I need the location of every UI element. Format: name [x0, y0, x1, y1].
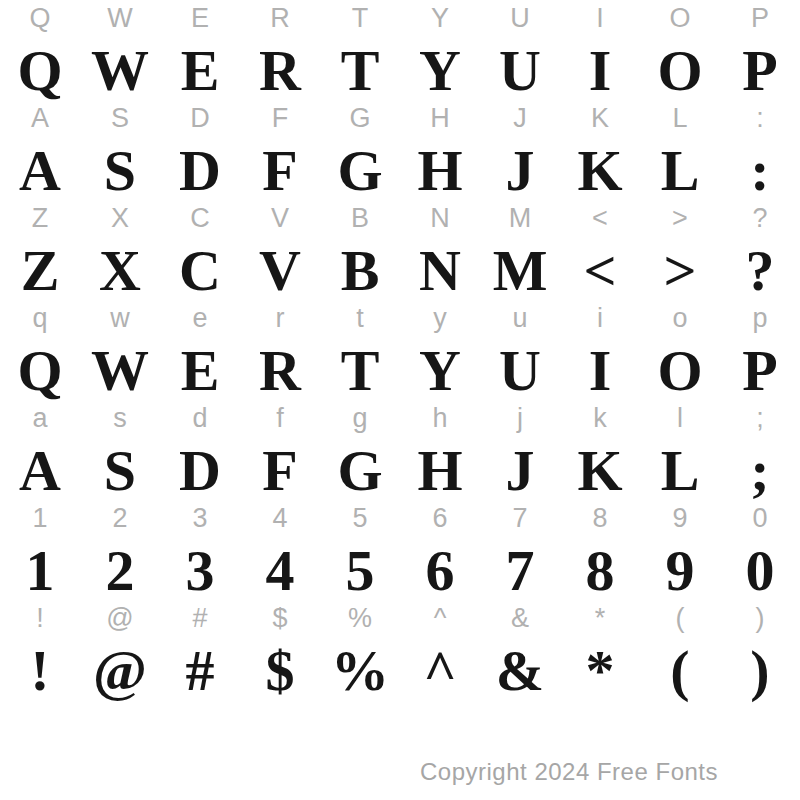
key-row-pair-zxcvbnm: ZXCVBNM<>? ZXCVBNM<>?: [0, 200, 800, 300]
key-caption: @: [80, 600, 160, 636]
key-caption: M: [480, 200, 560, 236]
font-glyph: B: [320, 236, 400, 306]
font-glyph: A: [0, 436, 80, 506]
key-caption: s: [80, 400, 160, 436]
font-glyph: Q: [0, 36, 80, 106]
key-caption: D: [160, 100, 240, 136]
key-caption: ^: [400, 600, 480, 636]
font-glyph: $: [240, 636, 320, 706]
key-caption: 1: [0, 500, 80, 536]
key-caption: C: [160, 200, 240, 236]
key-caption: O: [640, 0, 720, 36]
font-glyph: Z: [0, 236, 80, 306]
key-caption: W: [80, 0, 160, 36]
key-caption: !: [0, 600, 80, 636]
font-glyph: H: [400, 136, 480, 206]
key-caption: q: [0, 300, 80, 336]
font-glyph: P: [720, 36, 800, 106]
key-caption: p: [720, 300, 800, 336]
font-glyph: 3: [160, 536, 240, 606]
font-glyph: O: [640, 336, 720, 406]
key-caption: i: [560, 300, 640, 336]
font-glyph: C: [160, 236, 240, 306]
key-caption: w: [80, 300, 160, 336]
key-caption: X: [80, 200, 160, 236]
font-glyph: H: [400, 436, 480, 506]
key-caption: f: [240, 400, 320, 436]
font-glyph: 2: [80, 536, 160, 606]
font-glyph: P: [720, 336, 800, 406]
font-specimen-sheet: QWERTYUIOP QWERTYUIOP ASDFGHJKL: ASDFGHJ…: [0, 0, 800, 800]
key-caption: e: [160, 300, 240, 336]
key-caption: A: [0, 100, 80, 136]
key-caption: #: [160, 600, 240, 636]
key-caption: J: [480, 100, 560, 136]
key-caption: t: [320, 300, 400, 336]
key-caption: y: [400, 300, 480, 336]
font-glyph: ^: [400, 636, 480, 706]
key-caption: $: [240, 600, 320, 636]
key-caption: Y: [400, 0, 480, 36]
font-glyph: N: [400, 236, 480, 306]
font-glyph: E: [160, 336, 240, 406]
font-glyph: J: [480, 436, 560, 506]
glyph-row: ASDFGHJKL;: [0, 436, 800, 500]
key-row-pair-symbols: !@#$%^&*() !@#$%^&*(): [0, 600, 800, 700]
key-caption: 5: [320, 500, 400, 536]
key-caption: S: [80, 100, 160, 136]
key-caption: I: [560, 0, 640, 36]
font-glyph: 6: [400, 536, 480, 606]
font-glyph: Q: [0, 336, 80, 406]
font-glyph: R: [240, 36, 320, 106]
font-glyph: ): [720, 636, 800, 706]
font-glyph: F: [240, 436, 320, 506]
key-caption: 4: [240, 500, 320, 536]
key-caption: V: [240, 200, 320, 236]
font-glyph: ;: [720, 436, 800, 506]
key-caption: %: [320, 600, 400, 636]
font-glyph: 9: [640, 536, 720, 606]
key-caption: P: [720, 0, 800, 36]
font-glyph: <: [560, 236, 640, 306]
key-caption-row: QWERTYUIOP: [0, 0, 800, 36]
key-caption: h: [400, 400, 480, 436]
key-caption: R: [240, 0, 320, 36]
glyph-row: ASDFGHJKL:: [0, 136, 800, 200]
font-glyph: E: [160, 36, 240, 106]
font-glyph: *: [560, 636, 640, 706]
font-glyph: W: [80, 336, 160, 406]
key-caption: F: [240, 100, 320, 136]
font-glyph: @: [80, 636, 160, 706]
key-row-pair-qwertyuiop: QWERTYUIOP QWERTYUIOP: [0, 0, 800, 100]
glyph-row: QWERTYUIOP: [0, 36, 800, 100]
key-caption: j: [480, 400, 560, 436]
key-caption: l: [640, 400, 720, 436]
glyph-row: !@#$%^&*(): [0, 636, 800, 700]
font-glyph: U: [480, 336, 560, 406]
key-caption: H: [400, 100, 480, 136]
key-caption: 2: [80, 500, 160, 536]
copyright-text: Copyright 2024 Free Fonts: [420, 757, 718, 787]
glyph-row: QWERTYUIOP: [0, 336, 800, 400]
key-caption-row: !@#$%^&*(): [0, 600, 800, 636]
font-glyph: K: [560, 136, 640, 206]
font-glyph: I: [560, 336, 640, 406]
font-glyph: J: [480, 136, 560, 206]
key-caption: d: [160, 400, 240, 436]
font-glyph: (: [640, 636, 720, 706]
key-caption-row: asdfghjkl;: [0, 400, 800, 436]
key-row-pair-lowercase-qwertyuiop: qwertyuiop QWERTYUIOP: [0, 300, 800, 400]
key-caption: ;: [720, 400, 800, 436]
key-caption-row: 1234567890: [0, 500, 800, 536]
key-caption: >: [640, 200, 720, 236]
font-glyph: &: [480, 636, 560, 706]
font-glyph: %: [320, 636, 400, 706]
font-glyph: S: [80, 436, 160, 506]
key-caption: G: [320, 100, 400, 136]
font-glyph: O: [640, 36, 720, 106]
glyph-row: 1234567890: [0, 536, 800, 600]
key-caption: :: [720, 100, 800, 136]
key-caption: 7: [480, 500, 560, 536]
key-caption: (: [640, 600, 720, 636]
key-caption-row: ZXCVBNM<>?: [0, 200, 800, 236]
font-glyph: U: [480, 36, 560, 106]
font-glyph: L: [640, 436, 720, 506]
key-caption: T: [320, 0, 400, 36]
key-row-pair-lowercase-asdfghjkl: asdfghjkl; ASDFGHJKL;: [0, 400, 800, 500]
font-glyph: I: [560, 36, 640, 106]
key-caption: 3: [160, 500, 240, 536]
font-glyph: :: [720, 136, 800, 206]
key-caption: 8: [560, 500, 640, 536]
font-glyph: 1: [0, 536, 80, 606]
font-glyph: 0: [720, 536, 800, 606]
font-glyph: R: [240, 336, 320, 406]
font-glyph: 7: [480, 536, 560, 606]
font-glyph: !: [0, 636, 80, 706]
font-glyph: Y: [400, 336, 480, 406]
key-caption: &: [480, 600, 560, 636]
font-glyph: V: [240, 236, 320, 306]
key-caption: K: [560, 100, 640, 136]
key-caption: k: [560, 400, 640, 436]
font-glyph: X: [80, 236, 160, 306]
key-caption: Z: [0, 200, 80, 236]
key-caption: Q: [0, 0, 80, 36]
font-glyph: T: [320, 336, 400, 406]
font-glyph: F: [240, 136, 320, 206]
key-caption-row: qwertyuiop: [0, 300, 800, 336]
glyph-row: ZXCVBNM<>?: [0, 236, 800, 300]
key-caption: *: [560, 600, 640, 636]
key-row-pair-digits: 1234567890 1234567890: [0, 500, 800, 600]
font-glyph: D: [160, 436, 240, 506]
font-glyph: G: [320, 136, 400, 206]
font-glyph: ?: [720, 236, 800, 306]
font-glyph: 8: [560, 536, 640, 606]
key-caption: B: [320, 200, 400, 236]
key-caption: <: [560, 200, 640, 236]
font-glyph: K: [560, 436, 640, 506]
key-caption: u: [480, 300, 560, 336]
key-caption: U: [480, 0, 560, 36]
font-glyph: L: [640, 136, 720, 206]
key-caption: ?: [720, 200, 800, 236]
key-caption: L: [640, 100, 720, 136]
key-caption: o: [640, 300, 720, 336]
key-caption: ): [720, 600, 800, 636]
key-caption: N: [400, 200, 480, 236]
font-glyph: W: [80, 36, 160, 106]
font-glyph: T: [320, 36, 400, 106]
key-caption: g: [320, 400, 400, 436]
font-glyph: S: [80, 136, 160, 206]
key-caption: a: [0, 400, 80, 436]
font-glyph: A: [0, 136, 80, 206]
font-glyph: Y: [400, 36, 480, 106]
key-caption: 0: [720, 500, 800, 536]
font-glyph: G: [320, 436, 400, 506]
font-glyph: 5: [320, 536, 400, 606]
font-glyph: >: [640, 236, 720, 306]
key-caption: r: [240, 300, 320, 336]
font-glyph: #: [160, 636, 240, 706]
key-caption: 9: [640, 500, 720, 536]
font-glyph: 4: [240, 536, 320, 606]
key-caption-row: ASDFGHJKL:: [0, 100, 800, 136]
key-caption: 6: [400, 500, 480, 536]
key-row-pair-asdfghjkl: ASDFGHJKL: ASDFGHJKL:: [0, 100, 800, 200]
font-glyph: M: [480, 236, 560, 306]
font-glyph: D: [160, 136, 240, 206]
key-caption: E: [160, 0, 240, 36]
